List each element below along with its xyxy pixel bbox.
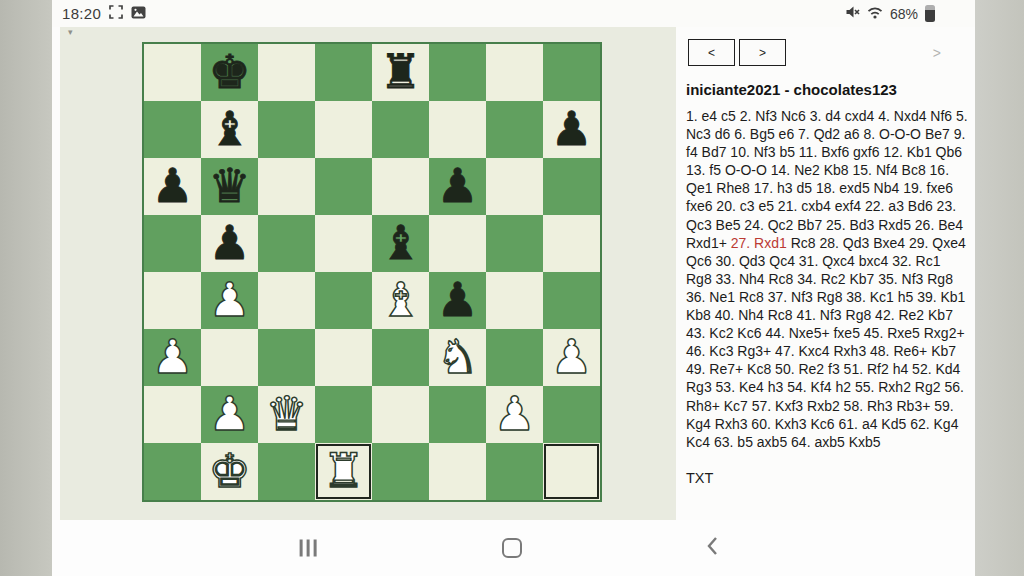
battery-percent: 68%: [890, 6, 918, 22]
black-king: ♚: [201, 44, 258, 101]
square-g2[interactable]: ♟: [486, 386, 543, 443]
square-c7[interactable]: [258, 101, 315, 158]
txt-link[interactable]: TXT: [686, 470, 967, 486]
square-f1[interactable]: [429, 443, 486, 500]
square-g4[interactable]: [486, 272, 543, 329]
battery-icon: [925, 5, 935, 22]
square-c4[interactable]: [258, 272, 315, 329]
square-d6[interactable]: [315, 158, 372, 215]
square-e7[interactable]: [372, 101, 429, 158]
black-rook: ♜: [372, 44, 429, 101]
black-pawn: ♟: [144, 158, 201, 215]
last-move-highlight-d1: [316, 444, 371, 499]
square-f4[interactable]: ♟: [429, 272, 486, 329]
white-pawn: ♟: [201, 386, 258, 443]
square-c1[interactable]: [258, 443, 315, 500]
square-c2[interactable]: ♛: [258, 386, 315, 443]
square-f8[interactable]: [429, 44, 486, 101]
square-b7[interactable]: ♝: [201, 101, 258, 158]
wifi-icon: [867, 5, 883, 23]
moves-after: Rc8 28. Qd3 Bxe4 29. Qxe4 Qc6 30. Qd3 Qc…: [686, 235, 966, 450]
square-a1[interactable]: [144, 443, 201, 500]
square-e2[interactable]: [372, 386, 429, 443]
mute-icon: [845, 5, 860, 23]
square-a2[interactable]: [144, 386, 201, 443]
square-f5[interactable]: [429, 215, 486, 272]
page-content: ▾ ♚♜♝♟♟♛♟♟♝♟♝♟♟♞♟♟♛♟♚♜ < > > iniciante20…: [52, 27, 975, 520]
square-h5[interactable]: [543, 215, 600, 272]
black-pawn: ♟: [543, 101, 600, 158]
left-edge-gradient: [0, 0, 52, 576]
white-knight: ♞: [429, 329, 486, 386]
square-h7[interactable]: ♟: [543, 101, 600, 158]
home-icon[interactable]: [502, 538, 522, 558]
black-pawn: ♟: [201, 215, 258, 272]
square-g3[interactable]: [486, 329, 543, 386]
recents-icon[interactable]: [300, 540, 317, 557]
square-b1[interactable]: ♚: [201, 443, 258, 500]
square-f3[interactable]: ♞: [429, 329, 486, 386]
main-column: 18:20: [52, 0, 975, 576]
back-icon[interactable]: [706, 536, 718, 560]
square-g5[interactable]: [486, 215, 543, 272]
black-bishop: ♝: [201, 101, 258, 158]
square-h3[interactable]: ♟: [543, 329, 600, 386]
chess-board[interactable]: ♚♜♝♟♟♛♟♟♝♟♝♟♟♞♟♟♛♟♚♜: [142, 42, 602, 502]
white-queen: ♛: [258, 386, 315, 443]
next-move-button[interactable]: >: [739, 39, 786, 66]
move-list[interactable]: 1. e4 c5 2. Nf3 Nc6 3. d4 cxd4 4. Nxd4 N…: [686, 107, 969, 451]
square-c5[interactable]: [258, 215, 315, 272]
square-g6[interactable]: [486, 158, 543, 215]
square-b4[interactable]: ♟: [201, 272, 258, 329]
white-rook: ♜: [315, 443, 372, 500]
last-move-highlight-h1: [544, 444, 599, 499]
black-queen: ♛: [201, 158, 258, 215]
square-e3[interactable]: [372, 329, 429, 386]
square-f2[interactable]: [429, 386, 486, 443]
square-e1[interactable]: [372, 443, 429, 500]
square-a6[interactable]: ♟: [144, 158, 201, 215]
game-title: iniciante2021 - chocolates123: [686, 81, 967, 98]
black-pawn: ♟: [429, 272, 486, 329]
device-screen: 18:20: [0, 0, 1024, 576]
square-f6[interactable]: ♟: [429, 158, 486, 215]
right-edge-gradient: [975, 0, 1024, 576]
square-a5[interactable]: [144, 215, 201, 272]
clock: 18:20: [62, 5, 101, 22]
android-nav-bar: [52, 520, 975, 576]
square-d7[interactable]: [315, 101, 372, 158]
square-b2[interactable]: ♟: [201, 386, 258, 443]
square-d3[interactable]: [315, 329, 372, 386]
square-b6[interactable]: ♛: [201, 158, 258, 215]
square-d4[interactable]: [315, 272, 372, 329]
current-move[interactable]: 27. Rxd1: [731, 235, 787, 251]
square-h8[interactable]: [543, 44, 600, 101]
black-bishop: ♝: [372, 215, 429, 272]
square-d8[interactable]: [315, 44, 372, 101]
black-pawn: ♟: [429, 158, 486, 215]
square-b5[interactable]: ♟: [201, 215, 258, 272]
square-d2[interactable]: [315, 386, 372, 443]
square-a8[interactable]: [144, 44, 201, 101]
square-h6[interactable]: [543, 158, 600, 215]
caret-marker: ▾: [68, 27, 73, 37]
square-a3[interactable]: ♟: [144, 329, 201, 386]
square-f7[interactable]: [429, 101, 486, 158]
status-indicators: 68%: [845, 5, 935, 23]
white-bishop: ♝: [372, 272, 429, 329]
square-g1[interactable]: [486, 443, 543, 500]
screenshot-icon: [109, 5, 123, 23]
square-c3[interactable]: [258, 329, 315, 386]
white-pawn: ♟: [486, 386, 543, 443]
square-c6[interactable]: [258, 158, 315, 215]
square-e8[interactable]: ♜: [372, 44, 429, 101]
square-a7[interactable]: [144, 101, 201, 158]
square-e6[interactable]: [372, 158, 429, 215]
white-pawn: ♟: [543, 329, 600, 386]
square-d1[interactable]: ♜: [315, 443, 372, 500]
square-d5[interactable]: [315, 215, 372, 272]
square-g8[interactable]: [486, 44, 543, 101]
square-b3[interactable]: [201, 329, 258, 386]
square-h2[interactable]: [543, 386, 600, 443]
gallery-icon: [131, 5, 146, 23]
square-b8[interactable]: ♚: [201, 44, 258, 101]
square-g7[interactable]: [486, 101, 543, 158]
prev-move-button[interactable]: <: [688, 39, 735, 66]
square-a4[interactable]: [144, 272, 201, 329]
square-h1[interactable]: [543, 443, 600, 500]
square-e5[interactable]: ♝: [372, 215, 429, 272]
moves-panel: < > > iniciante2021 - chocolates123 1. e…: [676, 27, 975, 520]
status-bar: 18:20: [52, 0, 975, 27]
moves-before: 1. e4 c5 2. Nf3 Nc6 3. d4 cxd4 4. Nxd4 N…: [686, 108, 968, 251]
white-pawn: ♟: [201, 272, 258, 329]
move-nav-buttons: < >: [688, 39, 967, 66]
white-king: ♚: [201, 443, 258, 500]
board-area: ▾ ♚♜♝♟♟♛♟♟♝♟♝♟♟♞♟♟♛♟♚♜: [60, 27, 676, 520]
square-e4[interactable]: ♝: [372, 272, 429, 329]
white-pawn: ♟: [144, 329, 201, 386]
square-h4[interactable]: [543, 272, 600, 329]
square-c8[interactable]: [258, 44, 315, 101]
next-page-arrow[interactable]: >: [933, 45, 941, 61]
